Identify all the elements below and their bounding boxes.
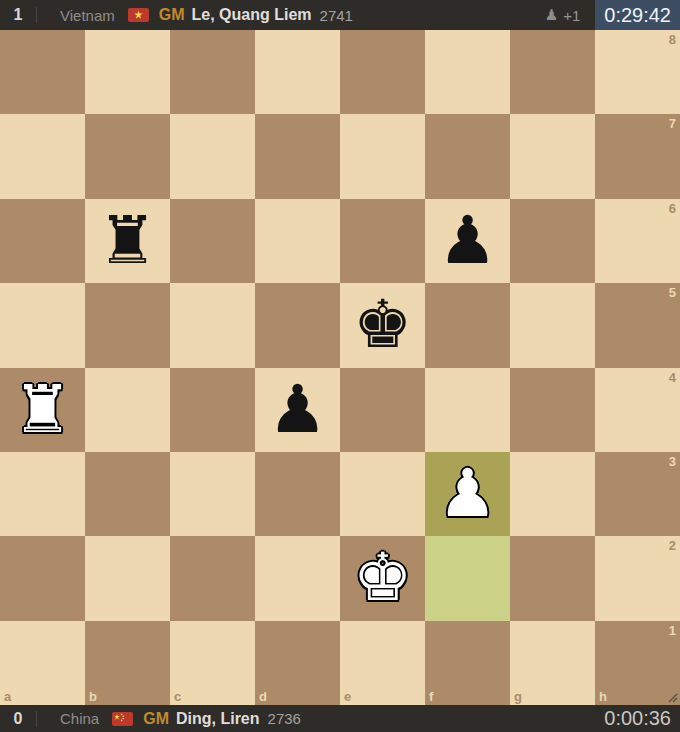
rank-label-7: 7: [669, 117, 676, 130]
square-a3[interactable]: [0, 452, 85, 536]
piece-white-king[interactable]: ♚: [353, 545, 412, 611]
bottom-player-clock: 0:00:36: [595, 705, 680, 732]
square-b5[interactable]: [85, 283, 170, 367]
square-b3[interactable]: [85, 452, 170, 536]
square-f6[interactable]: ♟: [425, 199, 510, 283]
square-f4[interactable]: [425, 368, 510, 452]
bottom-player-bar: 0 China GM Ding, Liren 2736 0:00:36: [0, 705, 680, 732]
square-b8[interactable]: [85, 30, 170, 114]
score-divider: [36, 7, 37, 23]
square-h7[interactable]: 7: [595, 114, 680, 198]
square-b7[interactable]: [85, 114, 170, 198]
square-d6[interactable]: [255, 199, 340, 283]
square-e7[interactable]: [340, 114, 425, 198]
square-d8[interactable]: [255, 30, 340, 114]
square-h4[interactable]: 4: [595, 368, 680, 452]
chess-broadcast-window: 1 Vietnam GM Le, Quang Liem 2741 ♟ +1 0:…: [0, 0, 680, 732]
square-a8[interactable]: [0, 30, 85, 114]
chess-board[interactable]: 87♜♟6♚5♜♟4♟3♚2abcdefg1h: [0, 30, 680, 705]
square-d1[interactable]: d: [255, 621, 340, 705]
square-d4[interactable]: ♟: [255, 368, 340, 452]
square-f7[interactable]: [425, 114, 510, 198]
top-player-clock: 0:29:42: [595, 0, 680, 30]
square-g4[interactable]: [510, 368, 595, 452]
file-label-f: f: [429, 690, 433, 703]
square-a2[interactable]: [0, 536, 85, 620]
square-b4[interactable]: [85, 368, 170, 452]
square-d2[interactable]: [255, 536, 340, 620]
bottom-player-country: China: [60, 710, 99, 727]
square-c1[interactable]: c: [170, 621, 255, 705]
rank-label-5: 5: [669, 286, 676, 299]
file-label-h: h: [599, 690, 607, 703]
square-e3[interactable]: [340, 452, 425, 536]
square-d5[interactable]: [255, 283, 340, 367]
square-e1[interactable]: e: [340, 621, 425, 705]
square-a1[interactable]: a: [0, 621, 85, 705]
square-g3[interactable]: [510, 452, 595, 536]
file-label-a: a: [4, 690, 11, 703]
rank-label-1: 1: [669, 624, 676, 637]
rank-label-2: 2: [669, 539, 676, 552]
square-f5[interactable]: [425, 283, 510, 367]
square-c5[interactable]: [170, 283, 255, 367]
top-player-name: Le, Quang Liem: [192, 6, 312, 24]
square-b2[interactable]: [85, 536, 170, 620]
square-c2[interactable]: [170, 536, 255, 620]
file-label-d: d: [259, 690, 267, 703]
square-g5[interactable]: [510, 283, 595, 367]
piece-white-rook[interactable]: ♜: [13, 377, 72, 443]
square-g1[interactable]: g: [510, 621, 595, 705]
rank-label-6: 6: [669, 202, 676, 215]
piece-black-pawn[interactable]: ♟: [438, 208, 497, 274]
square-d3[interactable]: [255, 452, 340, 536]
file-label-c: c: [174, 690, 181, 703]
square-c7[interactable]: [170, 114, 255, 198]
square-g7[interactable]: [510, 114, 595, 198]
material-advantage-value: +1: [563, 7, 580, 24]
square-e4[interactable]: [340, 368, 425, 452]
square-f8[interactable]: [425, 30, 510, 114]
top-player-title: GM: [159, 6, 185, 24]
square-h2[interactable]: 2: [595, 536, 680, 620]
rank-label-3: 3: [669, 455, 676, 468]
china-flag-icon: [112, 712, 133, 726]
square-c3[interactable]: [170, 452, 255, 536]
piece-white-pawn[interactable]: ♟: [438, 461, 497, 527]
square-h3[interactable]: 3: [595, 452, 680, 536]
piece-black-king[interactable]: ♚: [353, 292, 412, 358]
score-divider: [36, 711, 37, 727]
square-c8[interactable]: [170, 30, 255, 114]
square-f2[interactable]: [425, 536, 510, 620]
square-e6[interactable]: [340, 199, 425, 283]
top-player-country: Vietnam: [60, 7, 115, 24]
square-h8[interactable]: 8: [595, 30, 680, 114]
material-advantage: ♟ +1: [545, 7, 581, 24]
square-h5[interactable]: 5: [595, 283, 680, 367]
piece-black-rook[interactable]: ♜: [98, 208, 157, 274]
square-b1[interactable]: b: [85, 621, 170, 705]
file-label-b: b: [89, 690, 97, 703]
square-g6[interactable]: [510, 199, 595, 283]
rank-label-4: 4: [669, 371, 676, 384]
file-label-e: e: [344, 690, 351, 703]
square-g2[interactable]: [510, 536, 595, 620]
square-e5[interactable]: ♚: [340, 283, 425, 367]
square-a5[interactable]: [0, 283, 85, 367]
square-c4[interactable]: [170, 368, 255, 452]
vietnam-flag-icon: [128, 8, 149, 22]
square-b6[interactable]: ♜: [85, 199, 170, 283]
square-a7[interactable]: [0, 114, 85, 198]
bottom-player-score: 0: [0, 710, 36, 728]
top-player-rating: 2741: [320, 7, 353, 24]
square-c6[interactable]: [170, 199, 255, 283]
square-d7[interactable]: [255, 114, 340, 198]
bottom-player-name: Ding, Liren: [176, 710, 260, 728]
resize-handle-icon[interactable]: [665, 690, 678, 703]
top-player-score: 1: [0, 6, 36, 24]
bottom-player-rating: 2736: [268, 710, 301, 727]
square-h1[interactable]: 1h: [595, 621, 680, 705]
square-h6[interactable]: 6: [595, 199, 680, 283]
square-f3[interactable]: ♟: [425, 452, 510, 536]
rank-label-8: 8: [669, 33, 676, 46]
bottom-player-title: GM: [143, 710, 169, 728]
file-label-g: g: [514, 690, 522, 703]
square-e2[interactable]: ♚: [340, 536, 425, 620]
top-player-bar: 1 Vietnam GM Le, Quang Liem 2741 ♟ +1 0:…: [0, 0, 680, 30]
square-f1[interactable]: f: [425, 621, 510, 705]
pawn-icon: ♟: [545, 8, 558, 23]
square-e8[interactable]: [340, 30, 425, 114]
piece-black-pawn[interactable]: ♟: [268, 377, 327, 443]
square-g8[interactable]: [510, 30, 595, 114]
square-a6[interactable]: [0, 199, 85, 283]
square-a4[interactable]: ♜: [0, 368, 85, 452]
